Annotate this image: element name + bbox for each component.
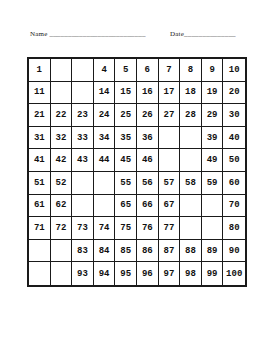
grid-cell-22: 22 <box>51 104 73 127</box>
grid-cell-40: 40 <box>223 127 245 150</box>
name-field[interactable]: Name __________________________ <box>30 30 146 38</box>
grid-cell-16: 16 <box>137 82 159 105</box>
grid-cell-99: 99 <box>202 262 224 285</box>
grid-cell-34: 34 <box>94 127 116 150</box>
grid-cell-57: 57 <box>159 172 181 195</box>
grid-cell-blank-r6c4[interactable] <box>94 172 116 195</box>
grid-cell-30: 30 <box>223 104 245 127</box>
grid-cell-46: 46 <box>137 149 159 172</box>
grid-cell-20: 20 <box>223 82 245 105</box>
grid-cell-blank-r4c8[interactable] <box>180 127 202 150</box>
grid-cell-73: 73 <box>72 217 94 240</box>
grid-cell-26: 26 <box>137 104 159 127</box>
grid-cell-58: 58 <box>180 172 202 195</box>
grid-cell-86: 86 <box>137 240 159 263</box>
grid-cell-62: 62 <box>51 195 73 218</box>
grid-cell-36: 36 <box>137 127 159 150</box>
grid-cell-90: 90 <box>223 240 245 263</box>
grid-cell-4: 4 <box>94 59 116 82</box>
grid-cell-76: 76 <box>137 217 159 240</box>
grid-cell-66: 66 <box>137 195 159 218</box>
grid-cell-21: 21 <box>29 104 51 127</box>
grid-cell-74: 74 <box>94 217 116 240</box>
grid-cell-blank-r4c7[interactable] <box>159 127 181 150</box>
grid-cell-88: 88 <box>180 240 202 263</box>
grid-cell-14: 14 <box>94 82 116 105</box>
grid-cell-70: 70 <box>223 195 245 218</box>
grid-cell-blank-r6c3[interactable] <box>72 172 94 195</box>
grid-cell-27: 27 <box>159 104 181 127</box>
grid-cell-49: 49 <box>202 149 224 172</box>
grid-cell-80: 80 <box>223 217 245 240</box>
grid-cell-41: 41 <box>29 149 51 172</box>
grid-cell-19: 19 <box>202 82 224 105</box>
grid-cell-83: 83 <box>72 240 94 263</box>
grid-cell-17: 17 <box>159 82 181 105</box>
grid-cell-blank-r9c1[interactable] <box>29 240 51 263</box>
grid-cell-blank-r2c3[interactable] <box>72 82 94 105</box>
grid-cell-blank-r2c2[interactable] <box>51 82 73 105</box>
grid-cell-blank-r10c2[interactable] <box>51 262 73 285</box>
grid-cell-5: 5 <box>115 59 137 82</box>
grid-cell-75: 75 <box>115 217 137 240</box>
grid-cell-32: 32 <box>51 127 73 150</box>
grid-cell-96: 96 <box>137 262 159 285</box>
grid-cell-18: 18 <box>180 82 202 105</box>
date-field[interactable]: Date______________ <box>170 30 236 38</box>
grid-cell-blank-r7c8[interactable] <box>180 195 202 218</box>
grid-cell-blank-r8c8[interactable] <box>180 217 202 240</box>
grid-cell-45: 45 <box>115 149 137 172</box>
grid-cell-blank-r1c2[interactable] <box>51 59 73 82</box>
grid-cell-blank-r9c2[interactable] <box>51 240 73 263</box>
grid-cell-7: 7 <box>159 59 181 82</box>
grid-cell-blank-r5c8[interactable] <box>180 149 202 172</box>
grid-cell-51: 51 <box>29 172 51 195</box>
grid-cell-72: 72 <box>51 217 73 240</box>
grid-cell-97: 97 <box>159 262 181 285</box>
grid-cell-24: 24 <box>94 104 116 127</box>
grid-cell-31: 31 <box>29 127 51 150</box>
grid-cell-blank-r7c3[interactable] <box>72 195 94 218</box>
grid-cell-blank-r5c7[interactable] <box>159 149 181 172</box>
grid-cell-23: 23 <box>72 104 94 127</box>
grid-cell-85: 85 <box>115 240 137 263</box>
grid-cell-84: 84 <box>94 240 116 263</box>
grid-cell-42: 42 <box>51 149 73 172</box>
grid-cell-50: 50 <box>223 149 245 172</box>
grid-cell-6: 6 <box>137 59 159 82</box>
grid-cell-60: 60 <box>223 172 245 195</box>
grid-cell-35: 35 <box>115 127 137 150</box>
grid-cell-65: 65 <box>115 195 137 218</box>
grid-cell-87: 87 <box>159 240 181 263</box>
grid-cell-28: 28 <box>180 104 202 127</box>
grid-cell-95: 95 <box>115 262 137 285</box>
grid-cell-59: 59 <box>202 172 224 195</box>
grid-cell-52: 52 <box>51 172 73 195</box>
hundred-chart-grid: 1456789101114151617181920212223242526272… <box>27 57 247 287</box>
grid-cell-1: 1 <box>29 59 51 82</box>
grid-cell-8: 8 <box>180 59 202 82</box>
grid-cell-10: 10 <box>223 59 245 82</box>
grid-cell-43: 43 <box>72 149 94 172</box>
grid-cell-67: 67 <box>159 195 181 218</box>
grid-cell-33: 33 <box>72 127 94 150</box>
grid-cell-98: 98 <box>180 262 202 285</box>
grid-cell-94: 94 <box>94 262 116 285</box>
grid-cell-39: 39 <box>202 127 224 150</box>
grid-cell-15: 15 <box>115 82 137 105</box>
grid-cell-9: 9 <box>202 59 224 82</box>
grid-cell-61: 61 <box>29 195 51 218</box>
grid-cell-55: 55 <box>115 172 137 195</box>
grid-cell-71: 71 <box>29 217 51 240</box>
grid-cell-93: 93 <box>72 262 94 285</box>
grid-cell-25: 25 <box>115 104 137 127</box>
grid-cell-blank-r7c9[interactable] <box>202 195 224 218</box>
grid-cell-44: 44 <box>94 149 116 172</box>
grid-cell-29: 29 <box>202 104 224 127</box>
grid-cell-56: 56 <box>137 172 159 195</box>
grid-cell-77: 77 <box>159 217 181 240</box>
grid-cell-89: 89 <box>202 240 224 263</box>
grid-cell-blank-r7c4[interactable] <box>94 195 116 218</box>
grid-cell-blank-r1c3[interactable] <box>72 59 94 82</box>
grid-cell-blank-r10c1[interactable] <box>29 262 51 285</box>
grid-cell-11: 11 <box>29 82 51 105</box>
grid-cell-blank-r8c9[interactable] <box>202 217 224 240</box>
grid-cell-100: 100 <box>223 262 245 285</box>
